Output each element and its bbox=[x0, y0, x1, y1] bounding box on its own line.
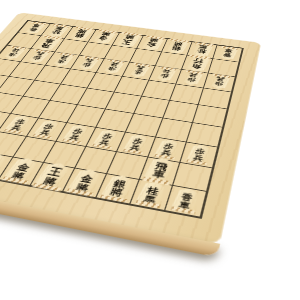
photo-scene: 香車桂馬銀將金將玉將金將銀將桂馬香車飛車角行歩兵歩兵歩兵歩兵歩兵歩兵歩兵歩兵歩兵… bbox=[0, 0, 300, 300]
piece-kanji: 兵 bbox=[160, 149, 172, 157]
piece-kanji: 兵 bbox=[136, 65, 146, 70]
piece-kanji: 將 bbox=[124, 34, 136, 40]
piece-kanji: 車 bbox=[224, 48, 233, 53]
shogi-piece-pawn-gote[interactable]: 歩兵 bbox=[153, 66, 177, 82]
piece-kanji: 將 bbox=[41, 176, 58, 187]
piece-kanji: 兵 bbox=[35, 51, 45, 56]
piece-kanji: 行 bbox=[193, 57, 204, 64]
board-grid: 香車桂馬銀將金將玉將金將銀將桂馬香車飛車角行歩兵歩兵歩兵歩兵歩兵歩兵歩兵歩兵歩兵… bbox=[0, 20, 244, 219]
piece-kanji: 將 bbox=[173, 41, 184, 47]
shogi-piece-pawn-sente[interactable]: 歩兵 bbox=[61, 124, 91, 145]
board-square-r9c9[interactable]: 香車 bbox=[165, 186, 206, 217]
shogi-piece-knight-sente[interactable]: 桂馬 bbox=[134, 180, 169, 209]
piece-kanji: 將 bbox=[108, 188, 123, 199]
shogi-piece-lance-gote[interactable]: 香車 bbox=[216, 46, 239, 61]
shogi-piece-pawn-sente[interactable]: 歩兵 bbox=[122, 133, 151, 155]
shogi-piece-pawn-sente[interactable]: 歩兵 bbox=[185, 143, 213, 166]
piece-kanji: 將 bbox=[77, 28, 88, 33]
product-photo-background: 香車桂馬銀將金將玉將金將銀將桂馬香車飛車角行歩兵歩兵歩兵歩兵歩兵歩兵歩兵歩兵歩兵… bbox=[0, 0, 300, 300]
shogi-piece-pawn-gote[interactable]: 歩兵 bbox=[50, 52, 76, 67]
shogi-piece-pawn-gote[interactable]: 歩兵 bbox=[180, 70, 204, 86]
shogi-piece-pawn-gote[interactable]: 歩兵 bbox=[101, 59, 126, 74]
shogi-board: 香車桂馬銀將金將玉將金將銀將桂馬香車飛車角行歩兵歩兵歩兵歩兵歩兵歩兵歩兵歩兵歩兵… bbox=[0, 12, 261, 245]
shogi-piece-pawn-sente[interactable]: 歩兵 bbox=[153, 138, 181, 160]
shogi-piece-pawn-gote[interactable]: 歩兵 bbox=[208, 74, 231, 91]
piece-kanji: 兵 bbox=[162, 69, 172, 75]
shogi-piece-pawn-gote[interactable]: 歩兵 bbox=[127, 63, 152, 79]
piece-kanji: 兵 bbox=[189, 72, 199, 78]
piece-kanji: 兵 bbox=[110, 61, 120, 66]
piece-kanji: 將 bbox=[148, 37, 159, 43]
piece-kanji: 馬 bbox=[143, 194, 157, 205]
piece-kanji: 兵 bbox=[98, 139, 110, 147]
piece-kanji: 車 bbox=[151, 170, 166, 181]
piece-kanji: 兵 bbox=[68, 134, 80, 141]
piece-kanji: 兵 bbox=[11, 48, 21, 53]
piece-kanji: 兵 bbox=[84, 58, 94, 63]
piece-kanji: 將 bbox=[100, 31, 111, 37]
piece-kanji: 馬 bbox=[198, 44, 208, 49]
shogi-piece-lance-sente[interactable]: 香車 bbox=[170, 186, 202, 214]
shogi-piece-pawn-sente[interactable]: 歩兵 bbox=[91, 128, 121, 149]
piece-kanji: 車 bbox=[178, 200, 191, 210]
piece-kanji: 兵 bbox=[10, 124, 22, 131]
piece-kanji: 兵 bbox=[60, 54, 70, 59]
piece-kanji: 兵 bbox=[129, 144, 141, 152]
piece-kanji: 車 bbox=[32, 23, 42, 28]
piece-kanji: 兵 bbox=[216, 76, 225, 82]
piece-kanji: 兵 bbox=[192, 154, 203, 162]
piece-kanji: 馬 bbox=[54, 26, 65, 31]
piece-kanji: 車 bbox=[44, 37, 56, 43]
shogi-piece-pawn-gote[interactable]: 歩兵 bbox=[75, 56, 101, 71]
piece-kanji: 兵 bbox=[39, 129, 51, 136]
piece-kanji: 將 bbox=[10, 170, 26, 180]
shogi-piece-pawn-sente[interactable]: 歩兵 bbox=[32, 119, 63, 139]
piece-kanji: 銀 bbox=[0, 157, 1, 167]
piece-kanji: 將 bbox=[75, 182, 91, 193]
